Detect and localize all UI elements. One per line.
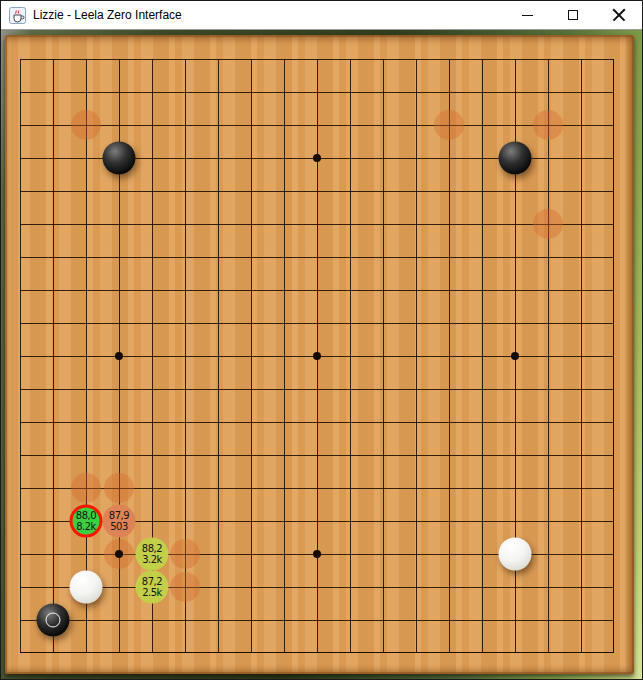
star-point-D10 [115,352,123,360]
maximize-icon [568,10,578,20]
suggestion-E3[interactable]: 87,22.5k [136,571,169,604]
suggestion-winrate: 88,0 [76,511,96,522]
star-point-D4 [115,550,123,558]
minimize-button[interactable] [504,1,550,30]
black-stone-D16 [103,142,136,175]
star-point-Q10 [511,352,519,360]
star-point-K16 [313,154,321,162]
minimize-icon [522,15,533,16]
last-move-marker [46,613,61,628]
suggestion-visits: 8.2k [76,521,96,532]
faint-candidate-O17[interactable] [434,110,464,140]
close-button[interactable] [596,1,642,30]
white-stone-C3 [70,571,103,604]
app-window: Lizzie - Leela Zero Interface 88,08.2k87… [0,0,643,680]
faint-candidate-C17[interactable] [71,110,101,140]
black-stone-Q16 [499,142,532,175]
faint-candidate-F4[interactable] [170,539,200,569]
star-point-K10 [313,352,321,360]
suggestion-winrate: 87,2 [142,577,162,588]
white-stone-Q4 [499,538,532,571]
black-stone-B2 [37,604,70,637]
faint-candidate-R14[interactable] [533,209,563,239]
faint-candidate-F3[interactable] [170,572,200,602]
suggestion-visits: 2.5k [142,587,162,598]
maximize-button[interactable] [550,1,596,30]
suggestion-visits: 3.2k [142,554,162,565]
window-title: Lizzie - Leela Zero Interface [33,8,182,22]
suggestion-winrate: 88,2 [142,544,162,555]
suggestion-E4[interactable]: 88,23.2k [136,538,169,571]
suggestion-D5[interactable]: 87,9503 [103,505,136,538]
suggestion-visits: 503 [110,521,128,532]
faint-candidate-D6[interactable] [104,473,134,503]
background-photo: 88,08.2k87,950388,23.2k87,22.5k [1,30,642,679]
suggestion-C5[interactable]: 88,08.2k [70,505,103,538]
title-bar: Lizzie - Leela Zero Interface [1,1,642,30]
close-icon [612,8,626,22]
star-point-K4 [313,550,321,558]
faint-candidate-R17[interactable] [533,110,563,140]
go-board[interactable]: 88,08.2k87,950388,23.2k87,22.5k [5,35,634,674]
java-coffee-cup-icon [9,7,26,24]
faint-candidate-C6[interactable] [71,473,101,503]
suggestion-winrate: 87,9 [109,511,129,522]
board-grid[interactable]: 88,08.2k87,950388,23.2k87,22.5k [20,59,614,653]
